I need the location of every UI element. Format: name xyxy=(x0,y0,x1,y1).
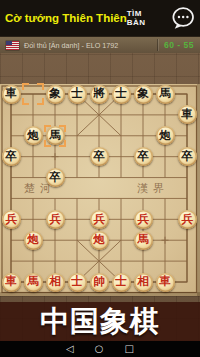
piece-red-兵[interactable]: 兵 xyxy=(46,210,65,229)
board-edge-shade-right xyxy=(197,84,200,296)
piece-black-卒[interactable]: 卒 xyxy=(2,147,21,166)
piece-red-炮[interactable]: 炮 xyxy=(90,231,109,250)
find-table-button[interactable]: TÌM BÀN xyxy=(127,9,161,27)
status-divider xyxy=(157,39,158,51)
piece-black-卒[interactable]: 卒 xyxy=(90,147,109,166)
title-bar: Cờ tướng Thiên Thiên TÌM BÀN xyxy=(0,0,200,36)
piece-black-卒[interactable]: 卒 xyxy=(178,147,197,166)
piece-red-炮[interactable]: 炮 xyxy=(24,231,43,250)
chat-bubble-icon[interactable] xyxy=(171,5,195,31)
status-bar: Đối thủ [Ẩn danh] - ELO 1792 60 - 55 xyxy=(0,36,200,53)
score-display: 60 - 55 xyxy=(164,40,194,50)
piece-black-車[interactable]: 車 xyxy=(2,85,21,104)
nav-recents-icon[interactable]: □ xyxy=(124,344,133,354)
board-edge-shade-bottom xyxy=(0,292,200,296)
piece-red-兵[interactable]: 兵 xyxy=(134,210,153,229)
ad-banner[interactable]: 中国象棋 xyxy=(0,302,200,341)
opponent-info: Đối thủ [Ẩn danh] - ELO 1792 xyxy=(24,41,157,50)
us-flag-icon xyxy=(6,41,19,50)
piece-black-象[interactable]: 象 xyxy=(134,85,153,104)
piece-red-帥[interactable]: 帥 xyxy=(90,273,109,292)
river-text-right: 漢界 xyxy=(137,182,169,195)
piece-black-士[interactable]: 士 xyxy=(68,85,87,104)
piece-red-相[interactable]: 相 xyxy=(134,273,153,292)
piece-red-馬[interactable]: 馬 xyxy=(24,273,43,292)
piece-black-馬[interactable]: 馬 xyxy=(156,85,175,104)
piece-black-炮[interactable]: 炮 xyxy=(24,126,43,145)
piece-black-士[interactable]: 士 xyxy=(112,85,131,104)
piece-black-卒[interactable]: 卒 xyxy=(46,168,65,187)
ad-banner-text: 中国象棋 xyxy=(40,307,160,336)
piece-red-車[interactable]: 車 xyxy=(156,273,175,292)
xiangqi-board[interactable]: 楚河 漢界 xyxy=(0,84,200,296)
piece-red-士[interactable]: 士 xyxy=(68,273,87,292)
piece-red-相[interactable]: 相 xyxy=(46,273,65,292)
piece-red-馬[interactable]: 馬 xyxy=(134,231,153,250)
piece-black-馬[interactable]: 馬 xyxy=(46,126,65,145)
piece-black-卒[interactable]: 卒 xyxy=(134,147,153,166)
nav-back-icon[interactable]: ◁ xyxy=(66,344,74,354)
app-title: Cờ tướng Thiên Thiên xyxy=(5,12,127,24)
piece-red-士[interactable]: 士 xyxy=(112,273,131,292)
piece-red-車[interactable]: 車 xyxy=(2,273,21,292)
piece-black-象[interactable]: 象 xyxy=(46,85,65,104)
nav-home-icon[interactable]: ○ xyxy=(95,344,104,354)
piece-red-兵[interactable]: 兵 xyxy=(2,210,21,229)
piece-black-炮[interactable]: 炮 xyxy=(156,126,175,145)
android-nav-bar: ◁ ○ □ xyxy=(0,341,200,357)
app-screen: Cờ tướng Thiên Thiên TÌM BÀN Đối thủ [Ẩn… xyxy=(0,0,200,357)
piece-red-兵[interactable]: 兵 xyxy=(178,210,197,229)
piece-red-兵[interactable]: 兵 xyxy=(90,210,109,229)
piece-black-將[interactable]: 將 xyxy=(90,85,109,104)
piece-black-車[interactable]: 車 xyxy=(178,105,197,124)
